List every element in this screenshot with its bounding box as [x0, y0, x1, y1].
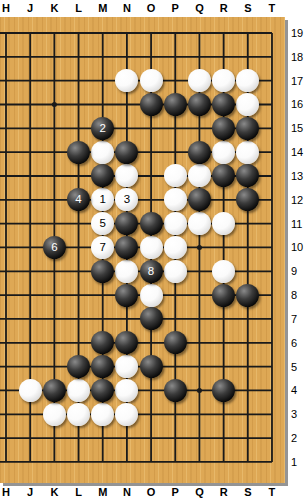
black-stone-L14 [67, 141, 90, 164]
white-stone-S16 [236, 93, 259, 116]
coord-label-right-13: 13 [291, 170, 303, 182]
black-stone-S13 [236, 164, 259, 187]
coord-label-right-15: 15 [291, 122, 303, 134]
white-stone-N5 [115, 355, 138, 378]
white-stone-P10 [164, 236, 187, 259]
white-stone-M10: 7 [91, 236, 114, 259]
white-stone-S14 [236, 141, 259, 164]
coord-label-bottom-J: J [27, 486, 33, 498]
coord-label-bottom-S: S [244, 486, 251, 498]
black-stone-M9 [91, 260, 114, 283]
coord-label-top-H: H [2, 2, 10, 14]
move-number-label: 2 [99, 117, 105, 140]
coord-label-top-N: N [123, 2, 131, 14]
white-stone-P12 [164, 188, 187, 211]
coord-label-bottom-H: H [2, 486, 10, 498]
black-stone-O16 [140, 93, 163, 116]
coord-label-right-12: 12 [291, 194, 303, 206]
white-stone-R9 [212, 260, 235, 283]
coord-label-right-14: 14 [291, 146, 303, 158]
black-stone-N6 [115, 331, 138, 354]
coord-label-top-K: K [50, 2, 58, 14]
coord-label-bottom-K: K [50, 486, 58, 498]
black-stone-K10: 6 [43, 236, 66, 259]
coord-label-top-M: M [98, 2, 107, 14]
black-stone-S8 [236, 284, 259, 307]
move-number-label: 7 [99, 236, 105, 259]
coord-label-top-S: S [244, 2, 251, 14]
coord-label-right-4: 4 [291, 384, 297, 396]
coord-label-right-10: 10 [291, 241, 303, 253]
white-stone-M14 [91, 141, 114, 164]
white-stone-L4 [67, 379, 90, 402]
white-stone-Q17 [188, 69, 211, 92]
coord-label-right-11: 11 [291, 218, 302, 230]
black-stone-O11 [140, 212, 163, 235]
black-stone-P16 [164, 93, 187, 116]
black-stone-Q12 [188, 188, 211, 211]
black-stone-Q16 [188, 93, 211, 116]
black-stone-R13 [212, 164, 235, 187]
coord-label-top-R: R [220, 2, 228, 14]
black-stone-N10 [115, 236, 138, 259]
white-stone-P11 [164, 212, 187, 235]
coord-label-top-L: L [75, 2, 82, 14]
coord-label-right-7: 7 [291, 313, 297, 325]
go-diagram: HJKLMNOPQRST HJKLMNOPQRST 19181716151413… [0, 0, 308, 500]
coord-label-right-3: 3 [291, 408, 297, 420]
black-stone-R4 [212, 379, 235, 402]
coord-label-right-1: 1 [291, 456, 297, 468]
white-stone-O10 [140, 236, 163, 259]
coord-label-right-6: 6 [291, 337, 297, 349]
black-stone-N8 [115, 284, 138, 307]
white-stone-M12: 1 [91, 188, 114, 211]
move-number-label: 4 [75, 188, 81, 211]
coord-label-bottom-T: T [269, 486, 276, 498]
black-stone-L5 [67, 355, 90, 378]
black-stone-O7 [140, 307, 163, 330]
black-stone-S15 [236, 117, 259, 140]
black-stone-S12 [236, 188, 259, 211]
black-stone-N14 [115, 141, 138, 164]
black-stone-M15: 2 [91, 117, 114, 140]
move-number-label: 6 [51, 236, 57, 259]
coord-label-bottom-N: N [123, 486, 131, 498]
white-stone-R11 [212, 212, 235, 235]
white-stone-M3 [91, 403, 114, 426]
move-number-label: 5 [99, 212, 105, 235]
black-stone-O9: 8 [140, 260, 163, 283]
coord-label-top-Q: Q [195, 2, 204, 14]
white-stone-N12: 3 [115, 188, 138, 211]
black-stone-M5 [91, 355, 114, 378]
white-stone-O8 [140, 284, 163, 307]
coord-label-top-O: O [147, 2, 156, 14]
move-number-label: 3 [124, 188, 130, 211]
white-stone-N4 [115, 379, 138, 402]
coord-label-right-16: 16 [291, 98, 303, 110]
black-stone-Q14 [188, 141, 211, 164]
black-stone-L12: 4 [67, 188, 90, 211]
white-stone-P13 [164, 164, 187, 187]
white-stone-S17 [236, 69, 259, 92]
white-stone-M11: 5 [91, 212, 114, 235]
black-stone-R8 [212, 284, 235, 307]
coord-label-right-5: 5 [291, 361, 297, 373]
coord-label-right-17: 17 [291, 75, 303, 87]
coord-label-top-T: T [269, 2, 276, 14]
black-stone-K4 [43, 379, 66, 402]
move-number-label: 8 [148, 260, 154, 283]
coord-label-right-8: 8 [291, 289, 297, 301]
coord-label-right-19: 19 [291, 27, 303, 39]
coord-label-bottom-Q: Q [195, 486, 204, 498]
white-stone-J4 [19, 379, 42, 402]
move-number-label: 1 [99, 188, 105, 211]
black-stone-R16 [212, 93, 235, 116]
white-stone-O17 [140, 69, 163, 92]
black-stone-O5 [140, 355, 163, 378]
white-stone-Q11 [188, 212, 211, 235]
white-stone-N13 [115, 164, 138, 187]
white-stone-R17 [212, 69, 235, 92]
coord-label-bottom-M: M [98, 486, 107, 498]
white-stone-N17 [115, 69, 138, 92]
white-stone-K3 [43, 403, 66, 426]
white-stone-N3 [115, 403, 138, 426]
coord-label-top-P: P [172, 2, 179, 14]
coord-label-bottom-R: R [220, 486, 228, 498]
coord-label-bottom-O: O [147, 486, 156, 498]
coord-label-bottom-L: L [75, 486, 82, 498]
coord-label-top-J: J [27, 2, 33, 14]
coord-label-right-2: 2 [291, 432, 297, 444]
white-stone-N9 [115, 260, 138, 283]
black-stone-P4 [164, 379, 187, 402]
black-stone-M6 [91, 331, 114, 354]
coord-label-bottom-P: P [172, 486, 179, 498]
coord-label-right-18: 18 [291, 51, 303, 63]
coord-label-right-9: 9 [291, 265, 297, 277]
go-board[interactable]: 13572468 [0, 17, 285, 483]
black-stone-P6 [164, 331, 187, 354]
white-stone-L3 [67, 403, 90, 426]
black-stone-N11 [115, 212, 138, 235]
white-stone-Q13 [188, 164, 211, 187]
black-stone-M13 [91, 164, 114, 187]
stone-grid: 13572468 [0, 21, 284, 474]
black-stone-M4 [91, 379, 114, 402]
white-stone-P9 [164, 260, 187, 283]
white-stone-R14 [212, 141, 235, 164]
black-stone-R15 [212, 117, 235, 140]
